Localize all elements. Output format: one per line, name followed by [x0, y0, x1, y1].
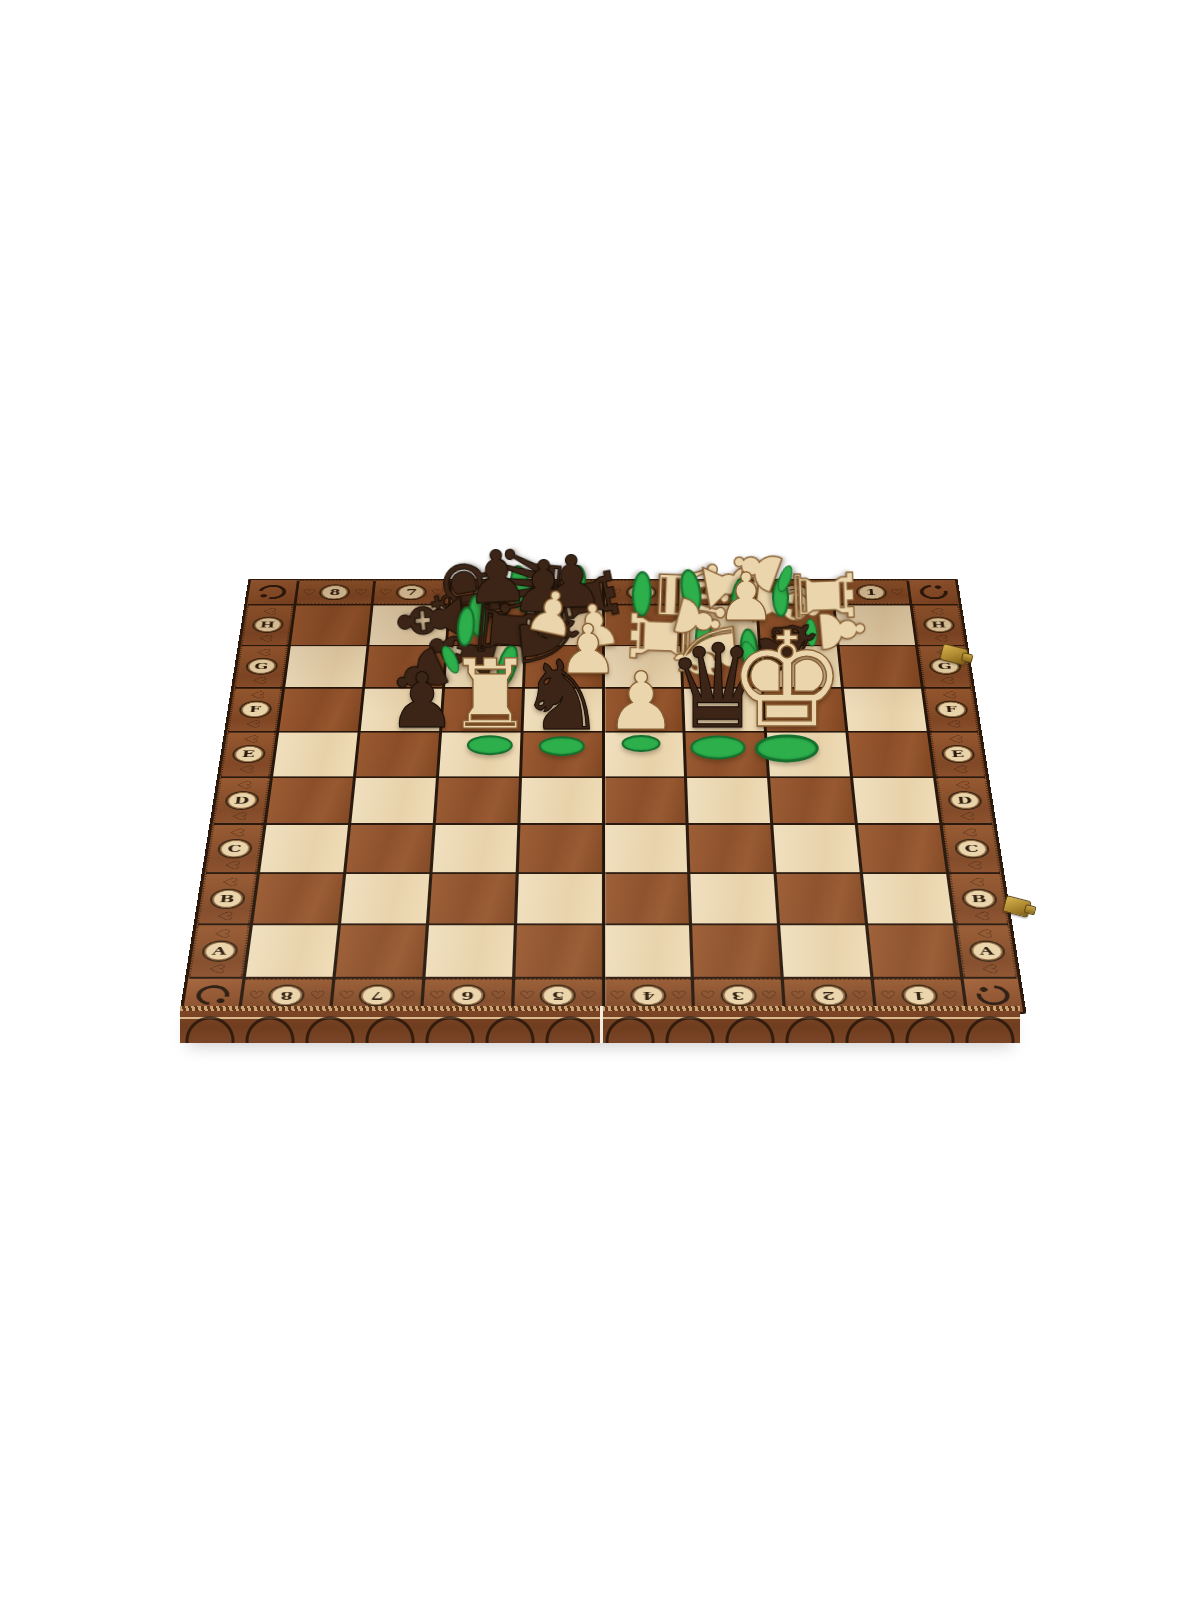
- back-number-medallion: 3: [702, 584, 733, 600]
- square-c3: [689, 825, 774, 872]
- square-d8: [267, 778, 353, 824]
- right-letter-medallion: C: [953, 839, 990, 859]
- square-c8: [260, 825, 348, 872]
- square-g1: [840, 646, 921, 687]
- front-number-medallion-text: 2: [822, 990, 836, 1001]
- square-b4: [605, 874, 690, 923]
- heart-scroll-ornament-icon: ♡: [455, 588, 470, 596]
- spiral-ornament-icon: [190, 981, 235, 1009]
- side-coordinate-cell: ♡H♡: [913, 605, 966, 644]
- square-f7: [361, 688, 442, 730]
- square-d6: [436, 778, 519, 824]
- square-a2: [780, 925, 870, 976]
- square-b7: [341, 874, 429, 923]
- left-letter-medallion: G: [244, 658, 278, 675]
- heart-scroll-ornament-icon: ♡: [580, 990, 597, 1001]
- square-c7: [346, 825, 432, 872]
- heart-scroll-ornament-icon: ♡: [234, 780, 253, 789]
- square-b5: [517, 874, 602, 923]
- square-c2: [774, 825, 860, 872]
- board-front-edge: [180, 1006, 1020, 1043]
- left-letter-medallion: A: [200, 940, 238, 961]
- heart-scroll-ornament-icon: ♡: [222, 860, 242, 870]
- heart-scroll-ornament-icon: ♡: [241, 735, 260, 744]
- heart-scroll-ornament-icon: ♡: [889, 588, 904, 596]
- back-number-medallion-text: 1: [865, 588, 877, 596]
- front-number-medallion: 5: [540, 984, 576, 1006]
- heart-scroll-ornament-icon: ♡: [430, 588, 445, 596]
- heart-scroll-ornament-icon: ♡: [938, 676, 957, 684]
- heart-scroll-ornament-icon: ♡: [941, 990, 959, 1001]
- square-d7: [351, 778, 436, 824]
- right-letter-medallion-text: A: [979, 945, 995, 956]
- square-d4: [605, 778, 686, 824]
- back-coordinate-cell: ♡1♡: [833, 580, 910, 604]
- square-g2: [761, 646, 841, 687]
- heart-scroll-ornament-icon: ♡: [979, 963, 1000, 974]
- square-a6: [425, 925, 513, 976]
- back-coordinate-cell: ♡5♡: [527, 580, 601, 604]
- back-coordinate-cell: ♡8♡: [296, 580, 373, 604]
- square-f5: [523, 688, 601, 730]
- left-letter-medallion: F: [238, 701, 273, 718]
- heart-scroll-ornament-icon: ♡: [761, 588, 776, 596]
- back-number-medallion-text: 8: [329, 588, 341, 596]
- square-h1: [835, 605, 915, 644]
- heart-scroll-ornament-icon: ♡: [584, 588, 598, 596]
- left-letter-medallion: D: [223, 791, 259, 810]
- square-f8: [279, 688, 362, 730]
- front-number-medallion: 7: [358, 984, 396, 1006]
- back-number-medallion: 6: [472, 584, 503, 600]
- square-h7: [369, 605, 447, 644]
- side-coordinate-cell: ♡G♡: [234, 646, 288, 687]
- front-number-medallion: 1: [900, 984, 939, 1006]
- back-number-medallion-text: 3: [712, 588, 723, 596]
- square-g5: [525, 646, 602, 687]
- back-number-medallion-text: 5: [559, 588, 570, 596]
- heart-scroll-ornament-icon: ♡: [966, 877, 986, 887]
- back-number-medallion-text: 7: [406, 588, 418, 596]
- heart-scroll-ornament-icon: ♡: [247, 990, 265, 1001]
- heart-scroll-ornament-icon: ♡: [338, 990, 356, 1001]
- heart-scroll-ornament-icon: ♡: [813, 588, 828, 596]
- right-letter-medallion: A: [967, 940, 1005, 961]
- side-coordinate-cell: ♡E♡: [220, 732, 276, 776]
- square-c6: [432, 825, 517, 872]
- heart-scroll-ornament-icon: ♡: [378, 588, 393, 596]
- heart-scroll-ornament-icon: ♡: [971, 911, 992, 921]
- front-number-medallion: 6: [449, 984, 486, 1006]
- heart-scroll-ornament-icon: ♡: [670, 990, 687, 1001]
- heart-scroll-ornament-icon: ♡: [250, 676, 269, 684]
- right-letter-medallion: B: [960, 889, 998, 909]
- side-coordinate-cell: ♡C♡: [205, 825, 263, 872]
- heart-scroll-ornament-icon: ♡: [608, 588, 622, 596]
- square-d3: [687, 778, 770, 824]
- front-number-medallion-text: 5: [551, 990, 564, 1001]
- heart-scroll-ornament-icon: ♡: [880, 990, 898, 1001]
- heart-scroll-ornament-icon: ♡: [256, 635, 274, 643]
- heart-scroll-ornament-icon: ♡: [789, 990, 806, 1001]
- heart-scroll-ornament-icon: ♡: [507, 588, 521, 596]
- square-a8: [246, 925, 338, 976]
- side-coordinate-cell: ♡E♡: [930, 732, 986, 776]
- square-h5: [526, 605, 602, 644]
- square-e3: [686, 732, 767, 776]
- left-letter-medallion: B: [208, 889, 246, 909]
- heart-scroll-ornament-icon: ♡: [946, 735, 965, 744]
- back-coordinate-cell: ♡6♡: [450, 580, 525, 604]
- back-number-medallion: 4: [626, 584, 657, 600]
- square-b2: [777, 874, 865, 923]
- right-letter-medallion-text: F: [945, 705, 958, 714]
- back-coordinate-cell: ♡2♡: [757, 580, 833, 604]
- heart-scroll-ornament-icon: ♡: [952, 780, 971, 789]
- left-letter-medallion: C: [216, 839, 253, 859]
- heart-scroll-ornament-icon: ♡: [519, 990, 536, 1001]
- square-c5: [518, 825, 601, 872]
- square-g6: [445, 646, 523, 687]
- left-letter-medallion-text: B: [219, 893, 236, 903]
- heart-scroll-ornament-icon: ♡: [254, 648, 272, 656]
- side-coordinate-cell: ♡C♡: [943, 825, 1001, 872]
- spiral-ornament-icon: [253, 582, 291, 602]
- heart-scroll-ornament-icon: ♡: [685, 588, 699, 596]
- right-letter-medallion: D: [946, 791, 982, 810]
- spiral-ornament-icon: [970, 981, 1016, 1009]
- heart-scroll-ornament-icon: ♡: [227, 828, 247, 837]
- right-letter-medallion: H: [922, 617, 955, 633]
- square-e4: [604, 732, 684, 776]
- heart-scroll-ornament-icon: ♡: [957, 812, 977, 821]
- back-number-medallion: 2: [779, 584, 811, 600]
- heart-scroll-ornament-icon: ♡: [699, 990, 716, 1001]
- back-coordinate-cell: ♡3♡: [681, 580, 756, 604]
- back-number-medallion-text: 4: [636, 588, 647, 596]
- square-f6: [442, 688, 522, 730]
- square-a3: [693, 925, 781, 976]
- square-f2: [764, 688, 845, 730]
- square-a5: [515, 925, 601, 976]
- front-number-medallion: 4: [630, 984, 666, 1006]
- heart-scroll-ornament-icon: ♡: [959, 828, 979, 837]
- heart-scroll-ornament-icon: ♡: [660, 588, 674, 596]
- back-coordinate-cell: ♡7♡: [373, 580, 449, 604]
- heart-scroll-ornament-icon: ♡: [206, 963, 227, 974]
- side-coordinate-cell: ♡B♡: [949, 874, 1009, 923]
- left-letter-medallion-text: D: [233, 796, 249, 806]
- spiral-ornament-icon: [915, 582, 953, 602]
- heart-scroll-ornament-icon: ♡: [353, 588, 368, 596]
- side-coordinate-cell: ♡D♡: [936, 778, 993, 824]
- heart-scroll-ornament-icon: ♡: [609, 990, 626, 1001]
- heart-scroll-ornament-icon: ♡: [229, 812, 249, 821]
- left-letter-medallion-text: F: [248, 705, 261, 714]
- side-coordinate-cell: ♡F♡: [924, 688, 979, 730]
- left-letter-medallion-text: C: [227, 844, 242, 854]
- square-e5: [522, 732, 602, 776]
- square-d2: [770, 778, 855, 824]
- side-coordinate-cell: ♡H♡: [241, 605, 294, 644]
- heart-scroll-ornament-icon: ♡: [260, 608, 278, 616]
- square-a4: [605, 925, 691, 976]
- square-g3: [683, 646, 761, 687]
- front-number-medallion-text: 6: [461, 990, 474, 1001]
- left-letter-medallion-text: E: [241, 749, 255, 758]
- heart-scroll-ornament-icon: ♡: [851, 990, 869, 1001]
- side-coordinate-cell: ♡B♡: [197, 874, 257, 923]
- square-e8: [273, 732, 357, 776]
- square-b6: [429, 874, 515, 923]
- right-letter-medallion-text: B: [971, 893, 988, 903]
- heart-scroll-ornament-icon: ♡: [940, 691, 959, 699]
- heart-scroll-ornament-icon: ♡: [928, 608, 946, 616]
- heart-scroll-ornament-icon: ♡: [236, 765, 255, 774]
- square-e6: [439, 732, 520, 776]
- heart-scroll-ornament-icon: ♡: [212, 928, 233, 938]
- square-h3: [681, 605, 758, 644]
- square-c4: [605, 825, 688, 872]
- heart-scroll-ornament-icon: ♡: [301, 588, 316, 596]
- left-letter-medallion-text: G: [254, 662, 269, 671]
- heart-scroll-ornament-icon: ♡: [737, 588, 752, 596]
- heart-scroll-ornament-icon: ♡: [944, 720, 963, 729]
- square-f1: [844, 688, 927, 730]
- heart-scroll-ornament-icon: ♡: [399, 990, 416, 1001]
- front-number-medallion: 2: [810, 984, 848, 1006]
- front-number-medallion-text: 8: [280, 990, 294, 1001]
- side-coordinate-cell: ♡A♡: [956, 925, 1017, 976]
- side-coordinate-cell: ♡D♡: [213, 778, 270, 824]
- square-c1: [858, 825, 946, 872]
- heart-scroll-ornament-icon: ♡: [532, 588, 546, 596]
- front-number-medallion-text: 1: [912, 990, 926, 1001]
- corner-ornament: [247, 580, 297, 604]
- chess-board: ♡8♡♡7♡♡6♡♡5♡♡4♡♡3♡♡2♡♡1♡♡H♡♡H♡♡G♡♡G♡♡F♡♡…: [179, 579, 1026, 1014]
- heart-scroll-ornament-icon: ♡: [950, 765, 969, 774]
- front-number-medallion: 8: [268, 984, 307, 1006]
- heart-scroll-ornament-icon: ♡: [214, 911, 235, 921]
- left-letter-medallion-text: H: [259, 621, 275, 629]
- back-coordinate-cell: ♡4♡: [604, 580, 678, 604]
- square-f3: [684, 688, 764, 730]
- left-letter-medallion: H: [251, 617, 284, 633]
- heart-scroll-ornament-icon: ♡: [932, 635, 950, 643]
- heart-scroll-ornament-icon: ♡: [309, 990, 327, 1001]
- heart-scroll-ornament-icon: ♡: [243, 720, 262, 729]
- square-e2: [767, 732, 850, 776]
- square-h2: [758, 605, 836, 644]
- front-number-medallion-text: 3: [732, 990, 745, 1001]
- back-number-medallion: 7: [396, 584, 428, 600]
- square-a1: [868, 925, 960, 976]
- right-letter-medallion-text: D: [956, 796, 972, 806]
- square-d5: [520, 778, 601, 824]
- back-number-medallion-text: 6: [482, 588, 493, 596]
- square-f4: [604, 688, 682, 730]
- back-number-medallion: 5: [549, 584, 580, 600]
- right-letter-medallion: E: [940, 745, 975, 763]
- heart-scroll-ornament-icon: ♡: [248, 691, 267, 699]
- square-h6: [448, 605, 525, 644]
- right-letter-medallion-text: H: [930, 621, 946, 629]
- square-b1: [863, 874, 953, 923]
- product-photo: ♡8♡♡7♡♡6♡♡5♡♡4♡♡3♡♡2♡♡1♡♡H♡♡H♡♡G♡♡G♡♡F♡♡…: [0, 0, 1200, 1600]
- front-number-medallion-text: 4: [642, 990, 655, 1001]
- square-d1: [853, 778, 939, 824]
- heart-scroll-ornament-icon: ♡: [964, 860, 984, 870]
- side-coordinate-cell: ♡A♡: [189, 925, 250, 976]
- square-g4: [604, 646, 681, 687]
- square-g7: [365, 646, 445, 687]
- left-letter-medallion-text: A: [212, 945, 228, 956]
- heart-scroll-ornament-icon: ♡: [760, 990, 777, 1001]
- square-b3: [691, 874, 777, 923]
- square-g8: [285, 646, 366, 687]
- square-b8: [253, 874, 343, 923]
- side-coordinate-cell: ♡F♡: [227, 688, 282, 730]
- heart-scroll-ornament-icon: ♡: [490, 990, 507, 1001]
- left-letter-medallion: E: [231, 745, 266, 763]
- right-letter-medallion-text: C: [964, 844, 979, 854]
- square-a7: [336, 925, 426, 976]
- right-letter-medallion-text: G: [937, 662, 952, 671]
- back-number-medallion: 8: [319, 584, 351, 600]
- front-number-medallion-text: 7: [370, 990, 384, 1001]
- heart-scroll-ornament-icon: ♡: [428, 990, 445, 1001]
- back-number-medallion-text: 2: [789, 588, 801, 596]
- fold-seam: [600, 1006, 603, 1043]
- heart-scroll-ornament-icon: ♡: [974, 928, 995, 938]
- square-e7: [356, 732, 439, 776]
- corner-ornament: [909, 580, 959, 604]
- heart-scroll-ornament-icon: ♡: [219, 877, 239, 887]
- square-h4: [604, 605, 680, 644]
- right-letter-medallion: F: [934, 701, 969, 718]
- back-number-medallion: 1: [855, 584, 887, 600]
- front-number-medallion: 3: [720, 984, 757, 1006]
- square-e1: [849, 732, 933, 776]
- right-letter-medallion-text: E: [951, 749, 965, 758]
- square-h8: [291, 605, 371, 644]
- heart-scroll-ornament-icon: ♡: [838, 588, 853, 596]
